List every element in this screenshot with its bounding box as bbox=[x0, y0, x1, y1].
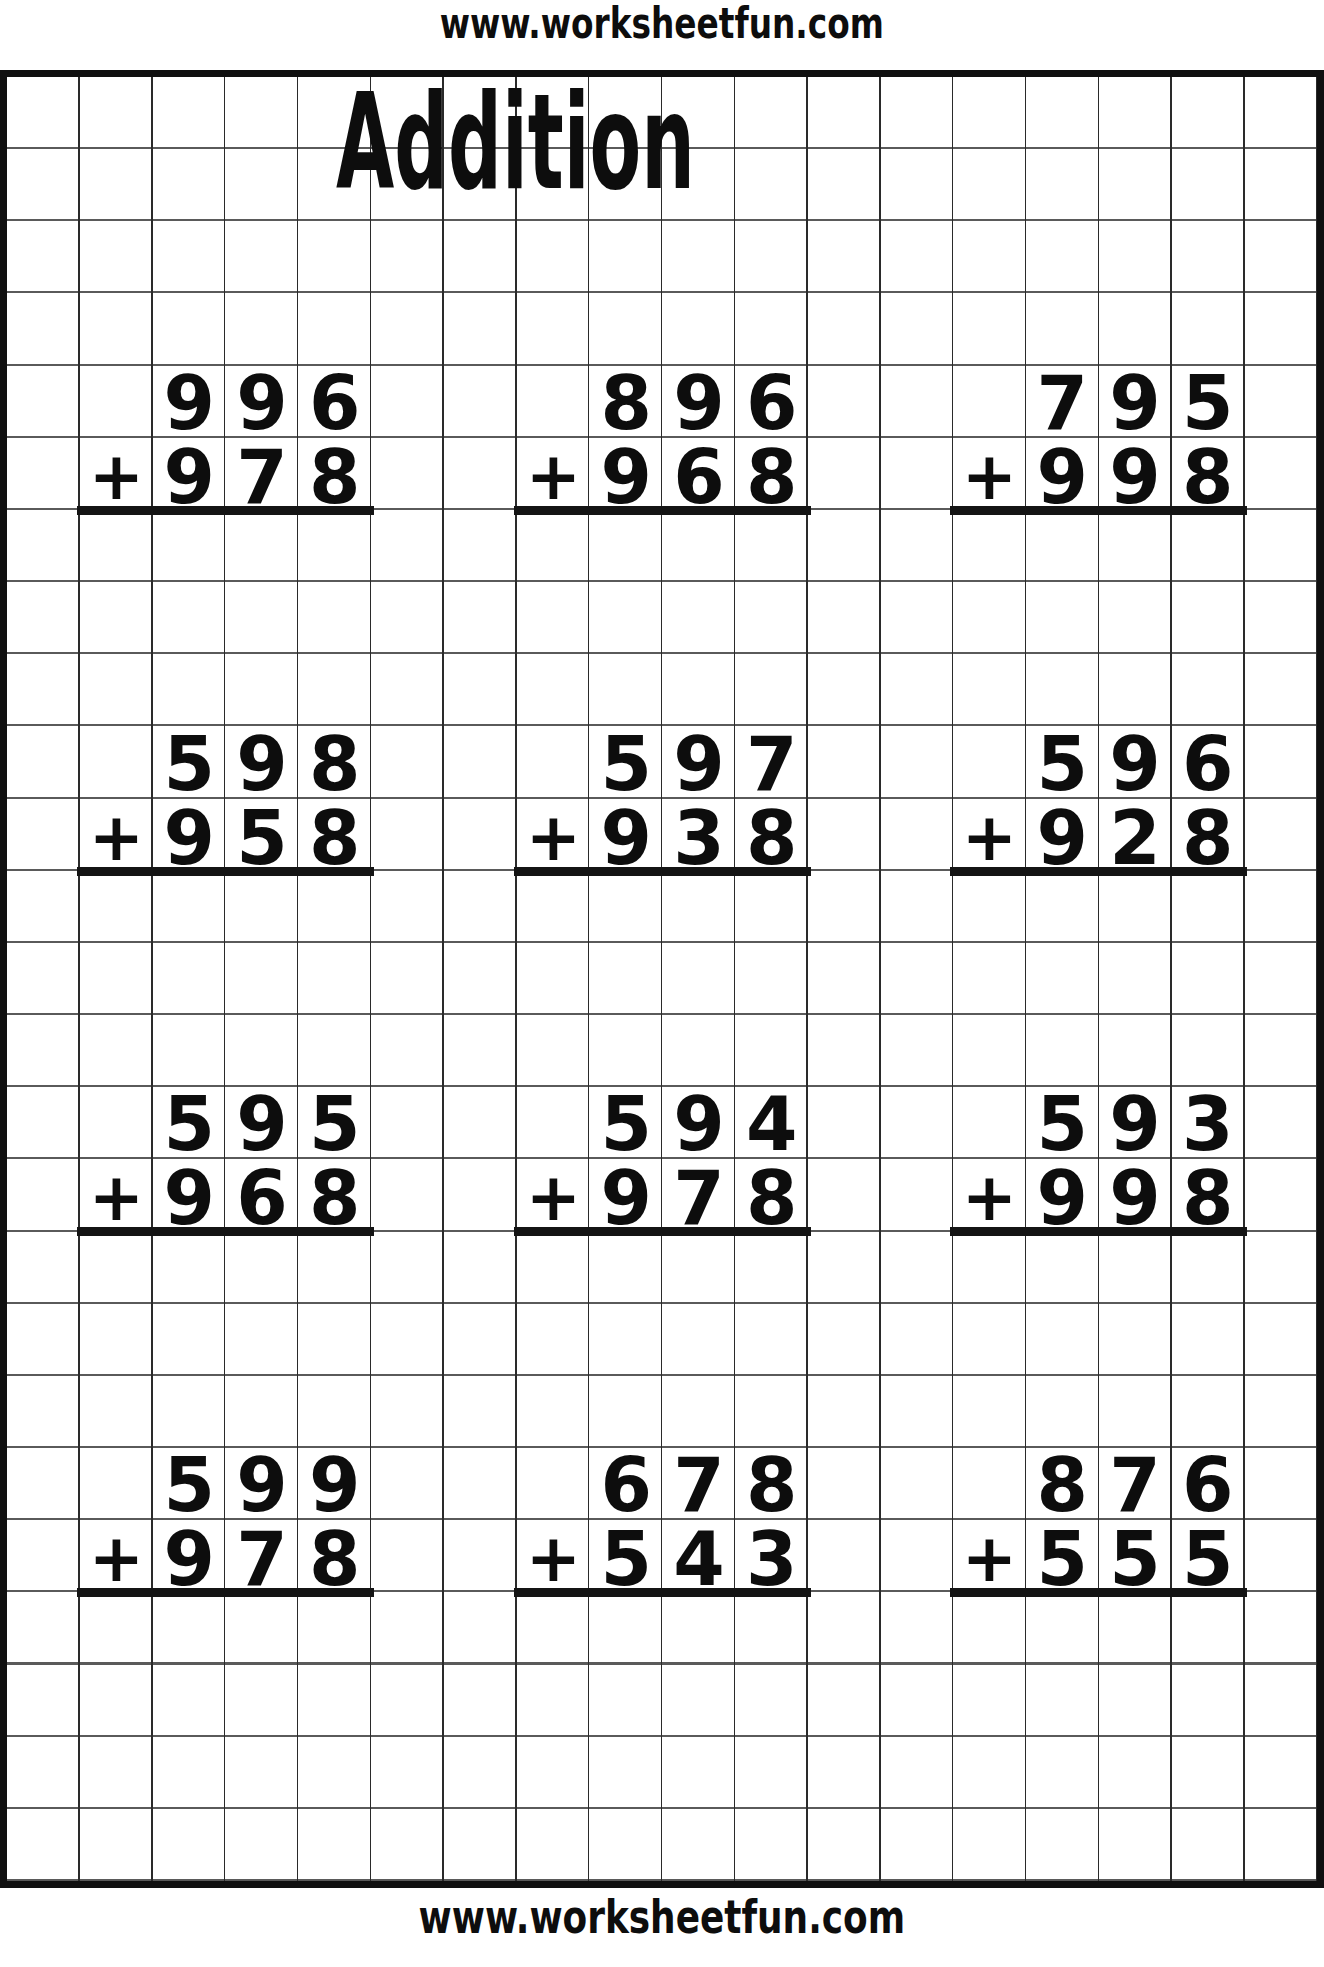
spacer-cell bbox=[80, 1087, 153, 1161]
digit: 4 bbox=[663, 1522, 736, 1596]
plus-sign: + bbox=[517, 440, 590, 514]
digit: 5 bbox=[1171, 1522, 1244, 1596]
answer-line bbox=[514, 867, 811, 876]
digit: 8 bbox=[735, 801, 808, 875]
answer-line bbox=[514, 1588, 811, 1597]
plus-sign: + bbox=[80, 1522, 153, 1596]
plus-sign: + bbox=[80, 440, 153, 514]
problem-4: 5 9 8 + 9 5 8 bbox=[80, 727, 371, 872]
worksheet-frame bbox=[0, 70, 1324, 1888]
answer-line bbox=[950, 1588, 1247, 1597]
digit: 9 bbox=[663, 1087, 736, 1161]
digit: 9 bbox=[226, 1448, 299, 1522]
problem-2: 8 9 6 + 9 6 8 bbox=[517, 366, 808, 511]
digit: 8 bbox=[298, 801, 371, 875]
answer-line bbox=[950, 1227, 1247, 1236]
digit: 9 bbox=[1026, 801, 1099, 875]
digit: 9 bbox=[663, 727, 736, 801]
digit: 2 bbox=[1099, 801, 1172, 875]
problem-6: 5 9 6 + 9 2 8 bbox=[953, 727, 1244, 872]
digit: 9 bbox=[153, 1522, 226, 1596]
digit: 5 bbox=[1026, 1522, 1099, 1596]
digit: 6 bbox=[1171, 727, 1244, 801]
digit: 9 bbox=[153, 366, 226, 440]
digit: 5 bbox=[590, 1087, 663, 1161]
digit: 8 bbox=[735, 1161, 808, 1235]
digit: 6 bbox=[590, 1448, 663, 1522]
digit: 9 bbox=[226, 1087, 299, 1161]
digit: 8 bbox=[298, 727, 371, 801]
digit: 8 bbox=[590, 366, 663, 440]
digit: 6 bbox=[298, 366, 371, 440]
plus-sign: + bbox=[953, 440, 1026, 514]
digit: 3 bbox=[735, 1522, 808, 1596]
problem-7: 5 9 5 + 9 6 8 bbox=[80, 1087, 371, 1232]
problem-11: 6 7 8 + 5 4 3 bbox=[517, 1448, 808, 1593]
problem-3: 7 9 5 + 9 9 8 bbox=[953, 366, 1244, 511]
digit: 9 bbox=[1099, 440, 1172, 514]
spacer-cell bbox=[517, 366, 590, 440]
digit: 9 bbox=[590, 1161, 663, 1235]
digit: 8 bbox=[735, 1448, 808, 1522]
plus-sign: + bbox=[953, 1161, 1026, 1235]
plus-sign: + bbox=[953, 801, 1026, 875]
digit: 4 bbox=[735, 1087, 808, 1161]
digit: 7 bbox=[226, 1522, 299, 1596]
digit: 8 bbox=[298, 1522, 371, 1596]
digit: 6 bbox=[663, 440, 736, 514]
digit: 9 bbox=[590, 440, 663, 514]
spacer-cell bbox=[517, 1448, 590, 1522]
answer-line bbox=[77, 867, 374, 876]
digit: 9 bbox=[1026, 440, 1099, 514]
digit: 5 bbox=[153, 1448, 226, 1522]
digit: 5 bbox=[298, 1087, 371, 1161]
digit: 8 bbox=[298, 440, 371, 514]
digit: 5 bbox=[1099, 1522, 1172, 1596]
spacer-cell bbox=[80, 366, 153, 440]
digit: 8 bbox=[298, 1161, 371, 1235]
digit: 6 bbox=[1171, 1448, 1244, 1522]
site-url-footer-text: www.worksheetfun.com bbox=[419, 1889, 905, 1945]
spacer-cell bbox=[80, 1448, 153, 1522]
plus-sign: + bbox=[517, 801, 590, 875]
digit: 5 bbox=[1026, 727, 1099, 801]
plus-sign: + bbox=[517, 1161, 590, 1235]
digit: 9 bbox=[1099, 1161, 1172, 1235]
digit: 5 bbox=[1171, 366, 1244, 440]
spacer-cell bbox=[953, 366, 1026, 440]
worksheet-title: Addition bbox=[336, 76, 695, 208]
spacer-cell bbox=[953, 1087, 1026, 1161]
spacer-cell bbox=[953, 1448, 1026, 1522]
digit: 9 bbox=[153, 801, 226, 875]
answer-line bbox=[950, 506, 1247, 515]
digit: 5 bbox=[590, 1522, 663, 1596]
problem-8: 5 9 4 + 9 7 8 bbox=[517, 1087, 808, 1232]
digit: 9 bbox=[590, 801, 663, 875]
answer-line bbox=[77, 1227, 374, 1236]
digit: 7 bbox=[663, 1448, 736, 1522]
digit: 8 bbox=[735, 440, 808, 514]
digit: 9 bbox=[1099, 1087, 1172, 1161]
digit: 5 bbox=[153, 727, 226, 801]
digit: 7 bbox=[1026, 366, 1099, 440]
digit: 9 bbox=[226, 366, 299, 440]
answer-line bbox=[77, 1588, 374, 1597]
plus-sign: + bbox=[80, 1161, 153, 1235]
problem-9: 5 9 3 + 9 9 8 bbox=[953, 1087, 1244, 1232]
answer-line bbox=[514, 1227, 811, 1236]
answer-line bbox=[514, 506, 811, 515]
plus-sign: + bbox=[517, 1522, 590, 1596]
answer-line bbox=[950, 867, 1247, 876]
digit: 9 bbox=[226, 727, 299, 801]
digit: 6 bbox=[735, 366, 808, 440]
digit: 8 bbox=[1171, 801, 1244, 875]
digit: 3 bbox=[663, 801, 736, 875]
problem-10: 5 9 9 + 9 7 8 bbox=[80, 1448, 371, 1593]
digit: 7 bbox=[735, 727, 808, 801]
digit: 9 bbox=[153, 1161, 226, 1235]
digit: 6 bbox=[226, 1161, 299, 1235]
digit: 9 bbox=[1099, 727, 1172, 801]
digit: 5 bbox=[226, 801, 299, 875]
digit: 7 bbox=[226, 440, 299, 514]
digit: 7 bbox=[663, 1161, 736, 1235]
spacer-cell bbox=[517, 727, 590, 801]
spacer-cell bbox=[517, 1087, 590, 1161]
digit: 5 bbox=[1026, 1087, 1099, 1161]
digit: 8 bbox=[1171, 440, 1244, 514]
site-url-header-text: www.worksheetfun.com bbox=[440, 0, 884, 50]
plus-sign: + bbox=[80, 801, 153, 875]
plus-sign: + bbox=[953, 1522, 1026, 1596]
spacer-cell bbox=[953, 727, 1026, 801]
digit: 9 bbox=[1026, 1161, 1099, 1235]
digit: 5 bbox=[590, 727, 663, 801]
digit: 9 bbox=[153, 440, 226, 514]
digit: 5 bbox=[153, 1087, 226, 1161]
answer-line bbox=[77, 506, 374, 515]
problem-12: 8 7 6 + 5 5 5 bbox=[953, 1448, 1244, 1593]
digit: 9 bbox=[663, 366, 736, 440]
digit: 9 bbox=[298, 1448, 371, 1522]
digit: 9 bbox=[1099, 366, 1172, 440]
digit: 3 bbox=[1171, 1087, 1244, 1161]
spacer-cell bbox=[80, 727, 153, 801]
digit: 8 bbox=[1026, 1448, 1099, 1522]
digit: 7 bbox=[1099, 1448, 1172, 1522]
digit: 8 bbox=[1171, 1161, 1244, 1235]
problem-5: 5 9 7 + 9 3 8 bbox=[517, 727, 808, 872]
site-url-header: www.worksheetfun.com bbox=[0, 0, 1324, 50]
problem-1: 9 9 6 + 9 7 8 bbox=[80, 366, 371, 511]
site-url-footer: www.worksheetfun.com bbox=[0, 1889, 1324, 1945]
